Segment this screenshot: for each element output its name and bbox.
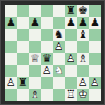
square-a2[interactable]: ♟♙ [5, 77, 17, 89]
black-pawn-c7[interactable]: ♟ [29, 17, 41, 29]
white-bishop-g4[interactable]: ♝♗ [77, 53, 89, 65]
square-c4[interactable]: ♛♕ [29, 53, 41, 65]
chess-board: ♜♚♟♟♟♟♟♞♝♟♙♛♕♛♟♙♝♗♟♙♞♘♟♙♜♟♙♟♙♝♗♜♖♚♔ [5, 5, 101, 101]
black-pawn-h7[interactable]: ♟ [89, 17, 101, 29]
square-d3[interactable]: ♟♙ [41, 65, 53, 77]
square-b7[interactable] [17, 17, 29, 29]
square-b8[interactable] [17, 5, 29, 17]
white-knight-e3[interactable]: ♞♘ [53, 65, 65, 77]
square-e5[interactable]: ♟♙ [53, 41, 65, 53]
white-bishop-c1[interactable]: ♝♗ [29, 89, 41, 101]
square-h6[interactable] [89, 29, 101, 41]
square-g6[interactable]: ♝ [77, 29, 89, 41]
square-b5[interactable] [17, 41, 29, 53]
square-h7[interactable]: ♟ [89, 17, 101, 29]
square-h1[interactable] [89, 89, 101, 101]
white-pawn-f4[interactable]: ♟♙ [65, 53, 77, 65]
square-f1[interactable]: ♜♖ [65, 89, 77, 101]
square-h5[interactable] [89, 41, 101, 53]
square-e1[interactable] [53, 89, 65, 101]
white-king-g1[interactable]: ♚♔ [77, 89, 89, 101]
square-d8[interactable] [41, 5, 53, 17]
white-pawn-e5[interactable]: ♟♙ [53, 41, 65, 53]
square-d7[interactable] [41, 17, 53, 29]
square-f7[interactable]: ♟ [65, 17, 77, 29]
white-rook-f1[interactable]: ♜♖ [65, 89, 77, 101]
black-bishop-g6[interactable]: ♝ [77, 29, 89, 41]
square-a4[interactable] [5, 53, 17, 65]
square-e8[interactable] [53, 5, 65, 17]
white-pawn-h2[interactable]: ♟♙ [89, 77, 101, 89]
square-a6[interactable] [5, 29, 17, 41]
white-queen-c4[interactable]: ♛♕ [29, 53, 41, 65]
square-b2[interactable]: ♜ [17, 77, 29, 89]
square-f3[interactable] [65, 65, 77, 77]
square-a1[interactable] [5, 89, 17, 101]
black-rook-b2[interactable]: ♜ [17, 77, 29, 89]
square-c6[interactable] [29, 29, 41, 41]
square-b1[interactable] [17, 89, 29, 101]
square-f4[interactable]: ♟♙ [65, 53, 77, 65]
square-b4[interactable] [17, 53, 29, 65]
square-b6[interactable] [17, 29, 29, 41]
board-frame: ♜♚♟♟♟♟♟♞♝♟♙♛♕♛♟♙♝♗♟♙♞♘♟♙♜♟♙♟♙♝♗♜♖♚♔ [0, 0, 105, 105]
square-e2[interactable] [53, 77, 65, 89]
square-d6[interactable] [41, 29, 53, 41]
square-h4[interactable] [89, 53, 101, 65]
square-g4[interactable]: ♝♗ [77, 53, 89, 65]
square-e3[interactable]: ♞♘ [53, 65, 65, 77]
square-d2[interactable] [41, 77, 53, 89]
black-pawn-f7[interactable]: ♟ [65, 17, 77, 29]
square-c3[interactable] [29, 65, 41, 77]
white-pawn-a2[interactable]: ♟♙ [5, 77, 17, 89]
square-c1[interactable]: ♝♗ [29, 89, 41, 101]
square-f6[interactable] [65, 29, 77, 41]
black-pawn-a7[interactable]: ♟ [5, 17, 17, 29]
square-a5[interactable] [5, 41, 17, 53]
square-d1[interactable] [41, 89, 53, 101]
square-a7[interactable]: ♟ [5, 17, 17, 29]
square-c7[interactable]: ♟ [29, 17, 41, 29]
square-g1[interactable]: ♚♔ [77, 89, 89, 101]
square-h2[interactable]: ♟♙ [89, 77, 101, 89]
white-pawn-d3[interactable]: ♟♙ [41, 65, 53, 77]
